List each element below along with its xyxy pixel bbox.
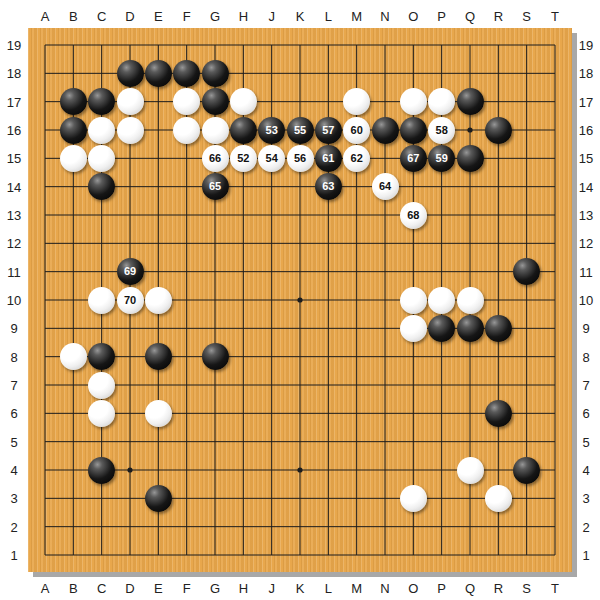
move-number-label: 68 bbox=[407, 210, 419, 221]
col-label-bottom-L: L bbox=[325, 581, 332, 596]
row-label-left-11: 11 bbox=[7, 264, 21, 279]
move-number-label: 58 bbox=[436, 125, 448, 136]
stone-white-D17 bbox=[117, 88, 144, 115]
col-label-top-S: S bbox=[522, 9, 531, 24]
col-label-bottom-Q: Q bbox=[465, 581, 475, 596]
stone-black-G17 bbox=[202, 88, 229, 115]
move-number-label: 55 bbox=[294, 125, 306, 136]
stone-black-B17 bbox=[60, 88, 87, 115]
col-label-bottom-K: K bbox=[296, 581, 305, 596]
stone-white-O9 bbox=[400, 315, 427, 342]
stone-black-G14-move-65: 65 bbox=[202, 173, 229, 200]
col-label-bottom-A: A bbox=[41, 581, 50, 596]
stone-white-C10 bbox=[88, 287, 115, 314]
stone-white-B15 bbox=[60, 145, 87, 172]
row-label-right-15: 15 bbox=[579, 151, 593, 166]
row-label-left-3: 3 bbox=[10, 491, 17, 506]
stone-white-P16-move-58: 58 bbox=[428, 117, 455, 144]
move-number-label: 61 bbox=[322, 153, 334, 164]
move-number-label: 54 bbox=[266, 153, 278, 164]
col-label-bottom-M: M bbox=[351, 581, 362, 596]
row-label-left-1: 1 bbox=[10, 548, 17, 563]
col-label-top-H: H bbox=[239, 9, 248, 24]
stone-white-C7 bbox=[88, 372, 115, 399]
move-number-label: 62 bbox=[351, 153, 363, 164]
col-label-bottom-G: G bbox=[210, 581, 220, 596]
move-number-label: 64 bbox=[379, 181, 391, 192]
go-diagram-page: ABCDEFGHJKLMNOPQRST ABCDEFGHJKLMNOPQRST … bbox=[0, 0, 600, 600]
col-label-bottom-N: N bbox=[380, 581, 389, 596]
row-label-right-18: 18 bbox=[579, 66, 593, 81]
row-label-left-6: 6 bbox=[10, 406, 17, 421]
row-label-right-13: 13 bbox=[579, 208, 593, 223]
move-number-label: 67 bbox=[407, 153, 419, 164]
stone-white-C6 bbox=[88, 400, 115, 427]
move-number-label: 57 bbox=[322, 125, 334, 136]
move-number-label: 53 bbox=[266, 125, 278, 136]
stone-black-S4 bbox=[513, 457, 540, 484]
stone-black-N16 bbox=[372, 117, 399, 144]
stone-black-B16 bbox=[60, 117, 87, 144]
stone-white-O17 bbox=[400, 88, 427, 115]
row-label-left-9: 9 bbox=[10, 321, 17, 336]
row-label-left-2: 2 bbox=[10, 519, 17, 534]
col-label-bottom-O: O bbox=[408, 581, 418, 596]
row-label-right-4: 4 bbox=[582, 463, 589, 478]
stone-white-H17 bbox=[230, 88, 257, 115]
move-number-label: 63 bbox=[322, 181, 334, 192]
stone-black-L14-move-63: 63 bbox=[315, 173, 342, 200]
stone-black-J16-move-53: 53 bbox=[258, 117, 285, 144]
stone-black-G18 bbox=[202, 60, 229, 87]
row-label-left-19: 19 bbox=[7, 38, 21, 53]
col-label-top-N: N bbox=[380, 9, 389, 24]
row-label-left-12: 12 bbox=[7, 236, 21, 251]
row-label-left-8: 8 bbox=[10, 349, 17, 364]
row-label-right-19: 19 bbox=[579, 38, 593, 53]
move-number-label: 52 bbox=[237, 153, 249, 164]
move-number-label: 69 bbox=[124, 266, 136, 277]
move-number-label: 65 bbox=[209, 181, 221, 192]
col-label-top-E: E bbox=[154, 9, 163, 24]
row-label-left-15: 15 bbox=[7, 151, 21, 166]
row-label-right-7: 7 bbox=[582, 378, 589, 393]
move-number-label: 60 bbox=[351, 125, 363, 136]
row-label-left-5: 5 bbox=[10, 434, 17, 449]
row-label-left-7: 7 bbox=[10, 378, 17, 393]
star-point-Q16 bbox=[467, 127, 472, 132]
move-number-label: 66 bbox=[209, 153, 221, 164]
col-label-top-L: L bbox=[325, 9, 332, 24]
star-point-K4 bbox=[297, 467, 302, 472]
col-label-top-K: K bbox=[296, 9, 305, 24]
stone-white-O10 bbox=[400, 287, 427, 314]
stone-black-Q17 bbox=[457, 88, 484, 115]
stone-black-R16 bbox=[485, 117, 512, 144]
row-label-left-16: 16 bbox=[7, 123, 21, 138]
stone-black-P9 bbox=[428, 315, 455, 342]
col-label-bottom-T: T bbox=[551, 581, 559, 596]
row-label-right-9: 9 bbox=[582, 321, 589, 336]
stone-black-R9 bbox=[485, 315, 512, 342]
col-label-top-F: F bbox=[183, 9, 191, 24]
stone-black-D18 bbox=[117, 60, 144, 87]
stone-white-D16 bbox=[117, 117, 144, 144]
col-label-bottom-P: P bbox=[437, 581, 446, 596]
stone-white-E10 bbox=[145, 287, 172, 314]
stone-white-G15-move-66: 66 bbox=[202, 145, 229, 172]
stone-black-E18 bbox=[145, 60, 172, 87]
stone-white-B8 bbox=[60, 343, 87, 370]
stone-white-D10-move-70: 70 bbox=[117, 287, 144, 314]
col-label-bottom-B: B bbox=[69, 581, 78, 596]
stone-white-Q10 bbox=[457, 287, 484, 314]
stone-white-Q4 bbox=[457, 457, 484, 484]
row-label-right-17: 17 bbox=[579, 94, 593, 109]
stone-white-P10 bbox=[428, 287, 455, 314]
row-label-right-2: 2 bbox=[582, 519, 589, 534]
stone-black-C4 bbox=[88, 457, 115, 484]
stone-black-F18 bbox=[173, 60, 200, 87]
row-label-left-13: 13 bbox=[7, 208, 21, 223]
stone-black-H16 bbox=[230, 117, 257, 144]
col-label-bottom-C: C bbox=[97, 581, 106, 596]
row-label-right-16: 16 bbox=[579, 123, 593, 138]
stone-white-N14-move-64: 64 bbox=[372, 173, 399, 200]
col-label-bottom-E: E bbox=[154, 581, 163, 596]
stone-white-C15 bbox=[88, 145, 115, 172]
stone-white-F16 bbox=[173, 117, 200, 144]
stone-black-L15-move-61: 61 bbox=[315, 145, 342, 172]
col-label-top-O: O bbox=[408, 9, 418, 24]
move-number-label: 70 bbox=[124, 295, 136, 306]
col-label-top-J: J bbox=[268, 9, 275, 24]
stone-black-Q9 bbox=[457, 315, 484, 342]
row-label-right-3: 3 bbox=[582, 491, 589, 506]
stone-white-O3 bbox=[400, 485, 427, 512]
col-label-top-M: M bbox=[351, 9, 362, 24]
move-number-label: 59 bbox=[436, 153, 448, 164]
stone-black-Q15 bbox=[457, 145, 484, 172]
stone-white-J15-move-54: 54 bbox=[258, 145, 285, 172]
row-label-left-14: 14 bbox=[7, 179, 21, 194]
stone-white-O13-move-68: 68 bbox=[400, 202, 427, 229]
col-label-top-P: P bbox=[437, 9, 446, 24]
stone-white-R3 bbox=[485, 485, 512, 512]
stone-white-M15-move-62: 62 bbox=[343, 145, 370, 172]
stone-black-L16-move-57: 57 bbox=[315, 117, 342, 144]
col-label-top-R: R bbox=[494, 9, 503, 24]
row-label-right-1: 1 bbox=[582, 548, 589, 563]
row-label-left-17: 17 bbox=[7, 94, 21, 109]
col-label-top-Q: Q bbox=[465, 9, 475, 24]
row-label-left-4: 4 bbox=[10, 463, 17, 478]
stone-black-O15-move-67: 67 bbox=[400, 145, 427, 172]
col-label-bottom-R: R bbox=[494, 581, 503, 596]
stone-black-E8 bbox=[145, 343, 172, 370]
stone-black-R6 bbox=[485, 400, 512, 427]
stone-black-D11-move-69: 69 bbox=[117, 258, 144, 285]
col-label-bottom-F: F bbox=[183, 581, 191, 596]
stone-white-M16-move-60: 60 bbox=[343, 117, 370, 144]
col-label-top-G: G bbox=[210, 9, 220, 24]
go-board[interactable]: 53555760586652545661626759656364686970 bbox=[28, 28, 572, 572]
col-label-top-C: C bbox=[97, 9, 106, 24]
row-label-left-18: 18 bbox=[7, 66, 21, 81]
col-label-top-A: A bbox=[41, 9, 50, 24]
stone-white-E6 bbox=[145, 400, 172, 427]
star-point-D4 bbox=[127, 467, 132, 472]
row-label-right-14: 14 bbox=[579, 179, 593, 194]
stone-black-P15-move-59: 59 bbox=[428, 145, 455, 172]
move-number-label: 56 bbox=[294, 153, 306, 164]
row-label-left-10: 10 bbox=[7, 293, 21, 308]
stone-black-G8 bbox=[202, 343, 229, 370]
stone-black-O16 bbox=[400, 117, 427, 144]
stone-white-K15-move-56: 56 bbox=[287, 145, 314, 172]
row-label-right-8: 8 bbox=[582, 349, 589, 364]
col-label-bottom-H: H bbox=[239, 581, 248, 596]
row-label-right-6: 6 bbox=[582, 406, 589, 421]
row-label-right-5: 5 bbox=[582, 434, 589, 449]
stone-black-K16-move-55: 55 bbox=[287, 117, 314, 144]
row-label-right-10: 10 bbox=[579, 293, 593, 308]
col-label-bottom-S: S bbox=[522, 581, 531, 596]
stone-white-H15-move-52: 52 bbox=[230, 145, 257, 172]
col-label-top-B: B bbox=[69, 9, 78, 24]
col-label-bottom-J: J bbox=[268, 581, 275, 596]
star-point-K10 bbox=[297, 297, 302, 302]
col-label-top-D: D bbox=[125, 9, 134, 24]
stone-white-C16 bbox=[88, 117, 115, 144]
col-label-bottom-D: D bbox=[125, 581, 134, 596]
row-label-right-12: 12 bbox=[579, 236, 593, 251]
col-label-top-T: T bbox=[551, 9, 559, 24]
stone-black-E3 bbox=[145, 485, 172, 512]
row-label-right-11: 11 bbox=[579, 264, 593, 279]
stone-white-G16 bbox=[202, 117, 229, 144]
